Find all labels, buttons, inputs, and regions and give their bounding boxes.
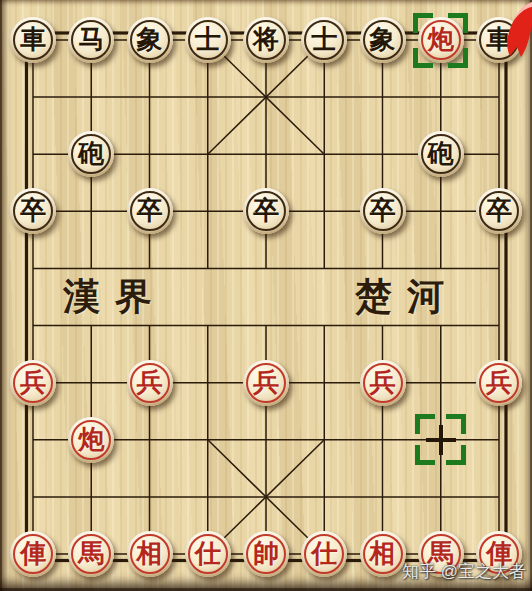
piece-red-chariot[interactable]: 俥 <box>10 531 56 577</box>
piece-black-advisor[interactable]: 士 <box>185 17 231 63</box>
piece-red-soldier[interactable]: 兵 <box>243 360 289 406</box>
piece-character: 马 <box>78 27 104 53</box>
piece-character: 士 <box>195 27 221 53</box>
piece-red-soldier[interactable]: 兵 <box>360 360 406 406</box>
piece-character: 卒 <box>137 198 163 224</box>
piece-black-soldier[interactable]: 卒 <box>127 188 173 234</box>
river-label-right: 楚河 <box>355 272 459 322</box>
watermark: 知乎 @宝之大者 <box>402 560 526 583</box>
xiangqi-board: 漢界 楚河 車马象士将士象炮車砲砲卒卒卒卒卒兵兵兵兵兵炮俥馬相仕帥仕相馬俥 知乎… <box>0 0 532 591</box>
piece-character: 士 <box>311 27 337 53</box>
piece-black-chariot[interactable]: 車 <box>10 17 56 63</box>
piece-character: 車 <box>486 27 512 53</box>
piece-black-elephant[interactable]: 象 <box>360 17 406 63</box>
piece-character: 炮 <box>78 427 104 453</box>
piece-red-horse[interactable]: 馬 <box>68 531 114 577</box>
piece-red-elephant[interactable]: 相 <box>360 531 406 577</box>
piece-red-soldier[interactable]: 兵 <box>476 360 522 406</box>
piece-black-horse[interactable]: 马 <box>68 17 114 63</box>
piece-black-advisor[interactable]: 士 <box>301 17 347 63</box>
piece-character: 卒 <box>253 198 279 224</box>
piece-character: 兵 <box>253 370 279 396</box>
piece-character: 卒 <box>370 198 396 224</box>
piece-character: 兵 <box>370 370 396 396</box>
piece-character: 相 <box>370 541 396 567</box>
piece-red-general[interactable]: 帥 <box>243 531 289 577</box>
piece-red-advisor[interactable]: 仕 <box>301 531 347 577</box>
piece-character: 兵 <box>137 370 163 396</box>
piece-character: 仕 <box>311 541 337 567</box>
piece-character: 仕 <box>195 541 221 567</box>
piece-red-advisor[interactable]: 仕 <box>185 531 231 577</box>
piece-red-cannon[interactable]: 炮 <box>418 17 464 63</box>
piece-character: 帥 <box>253 541 279 567</box>
piece-black-soldier[interactable]: 卒 <box>243 188 289 234</box>
piece-character: 象 <box>137 27 163 53</box>
piece-red-cannon[interactable]: 炮 <box>68 417 114 463</box>
piece-character: 兵 <box>20 370 46 396</box>
piece-black-soldier[interactable]: 卒 <box>10 188 56 234</box>
piece-character: 象 <box>370 27 396 53</box>
river-label-left: 漢界 <box>63 272 167 322</box>
piece-character: 砲 <box>428 141 454 167</box>
piece-black-cannon[interactable]: 砲 <box>418 131 464 177</box>
piece-character: 馬 <box>78 541 104 567</box>
piece-character: 砲 <box>78 141 104 167</box>
piece-black-soldier[interactable]: 卒 <box>360 188 406 234</box>
piece-red-soldier[interactable]: 兵 <box>10 360 56 406</box>
piece-character: 炮 <box>428 27 454 53</box>
piece-red-soldier[interactable]: 兵 <box>127 360 173 406</box>
piece-character: 相 <box>137 541 163 567</box>
piece-character: 将 <box>253 27 279 53</box>
piece-black-elephant[interactable]: 象 <box>127 17 173 63</box>
piece-black-general[interactable]: 将 <box>243 17 289 63</box>
piece-red-elephant[interactable]: 相 <box>127 531 173 577</box>
piece-character: 車 <box>20 27 46 53</box>
piece-black-soldier[interactable]: 卒 <box>476 188 522 234</box>
piece-character: 俥 <box>20 541 46 567</box>
piece-black-chariot[interactable]: 車 <box>476 17 522 63</box>
piece-character: 卒 <box>20 198 46 224</box>
piece-character: 兵 <box>486 370 512 396</box>
piece-character: 卒 <box>486 198 512 224</box>
